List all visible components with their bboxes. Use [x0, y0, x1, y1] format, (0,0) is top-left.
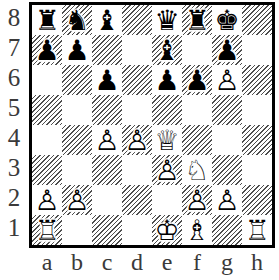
white-pawn-piece[interactable]: ♙ [212, 65, 242, 95]
square-b2[interactable]: ♟♙ [62, 185, 92, 215]
square-h3[interactable] [242, 155, 272, 185]
square-f2[interactable]: ♟♙ [182, 185, 212, 215]
square-e4[interactable]: ♛♕ [152, 125, 182, 155]
square-g2[interactable]: ♟♙ [212, 185, 242, 215]
file-label-d: d [122, 247, 152, 277]
square-c8[interactable]: ♝♝ [92, 5, 122, 35]
square-b3[interactable] [62, 155, 92, 185]
square-e6[interactable]: ♟♟ [152, 65, 182, 95]
square-b6[interactable] [62, 65, 92, 95]
square-g4[interactable] [212, 125, 242, 155]
square-d8[interactable] [122, 5, 152, 35]
square-h2[interactable] [242, 185, 272, 215]
square-h7[interactable] [242, 35, 272, 65]
black-pawn-piece[interactable]: ♟ [92, 65, 122, 95]
square-e1[interactable]: ♚♔ [152, 215, 182, 245]
square-c3[interactable] [92, 155, 122, 185]
black-pawn-piece[interactable]: ♟ [32, 35, 62, 65]
black-rook-piece[interactable]: ♜ [32, 5, 62, 35]
rank-label-7: 7 [2, 33, 26, 63]
square-c7[interactable] [92, 35, 122, 65]
rank-label-2: 2 [2, 183, 26, 213]
chess-diagram-page: ♜♜♞♞♝♝♛♛♜♜♚♚♟♟♟♟♝♝♟♟♟♟♟♟♟♟♟♙♟♙♟♙♛♕♟♙♞♘♟♙… [0, 0, 279, 280]
square-b4[interactable] [62, 125, 92, 155]
square-h6[interactable] [242, 65, 272, 95]
square-e2[interactable] [152, 185, 182, 215]
white-pawn-piece[interactable]: ♙ [182, 185, 212, 215]
square-c6[interactable]: ♟♟ [92, 65, 122, 95]
square-f3[interactable]: ♞♘ [182, 155, 212, 185]
black-knight-piece[interactable]: ♞ [62, 5, 92, 35]
square-a7[interactable]: ♟♟ [32, 35, 62, 65]
black-bishop-piece[interactable]: ♝ [92, 5, 122, 35]
square-a4[interactable] [32, 125, 62, 155]
square-b7[interactable]: ♟♟ [62, 35, 92, 65]
white-pawn-piece[interactable]: ♙ [92, 125, 122, 155]
black-pawn-piece[interactable]: ♟ [152, 65, 182, 95]
rank-label-4: 4 [2, 123, 26, 153]
square-f7[interactable] [182, 35, 212, 65]
black-rook-piece[interactable]: ♜ [182, 5, 212, 35]
rank-label-8: 8 [2, 3, 26, 33]
square-g7[interactable]: ♟♟ [212, 35, 242, 65]
square-d2[interactable] [122, 185, 152, 215]
square-a6[interactable] [32, 65, 62, 95]
white-pawn-piece[interactable]: ♙ [152, 155, 182, 185]
rank-label-3: 3 [2, 153, 26, 183]
black-bishop-piece[interactable]: ♝ [152, 35, 182, 65]
square-e3[interactable]: ♟♙ [152, 155, 182, 185]
square-a5[interactable] [32, 95, 62, 125]
file-label-a: a [32, 247, 62, 277]
square-h1[interactable]: ♜♖ [242, 215, 272, 245]
file-label-h: h [242, 247, 272, 277]
square-b8[interactable]: ♞♞ [62, 5, 92, 35]
square-b5[interactable] [62, 95, 92, 125]
square-c1[interactable] [92, 215, 122, 245]
square-f8[interactable]: ♜♜ [182, 5, 212, 35]
white-pawn-piece[interactable]: ♙ [122, 125, 152, 155]
square-g5[interactable] [212, 95, 242, 125]
white-queen-piece[interactable]: ♕ [152, 125, 182, 155]
square-f5[interactable] [182, 95, 212, 125]
square-h8[interactable] [242, 5, 272, 35]
square-a1[interactable]: ♜♖ [32, 215, 62, 245]
black-pawn-piece[interactable]: ♟ [182, 65, 212, 95]
black-pawn-piece[interactable]: ♟ [212, 35, 242, 65]
square-f6[interactable]: ♟♟ [182, 65, 212, 95]
square-g8[interactable]: ♚♚ [212, 5, 242, 35]
square-g3[interactable] [212, 155, 242, 185]
square-e8[interactable]: ♛♛ [152, 5, 182, 35]
square-e5[interactable] [152, 95, 182, 125]
square-h5[interactable] [242, 95, 272, 125]
white-pawn-piece[interactable]: ♙ [212, 185, 242, 215]
file-label-e: e [152, 247, 182, 277]
white-pawn-piece[interactable]: ♙ [32, 185, 62, 215]
white-rook-piece[interactable]: ♖ [32, 215, 62, 245]
square-g1[interactable] [212, 215, 242, 245]
square-d7[interactable] [122, 35, 152, 65]
rank-label-1: 1 [2, 213, 26, 243]
chess-board: ♜♜♞♞♝♝♛♛♜♜♚♚♟♟♟♟♝♝♟♟♟♟♟♟♟♟♟♙♟♙♟♙♛♕♟♙♞♘♟♙… [29, 2, 275, 248]
square-d5[interactable] [122, 95, 152, 125]
square-f4[interactable] [182, 125, 212, 155]
square-a3[interactable] [32, 155, 62, 185]
white-knight-piece[interactable]: ♘ [182, 155, 212, 185]
black-king-piece[interactable]: ♚ [212, 5, 242, 35]
file-label-c: c [92, 247, 122, 277]
white-rook-piece[interactable]: ♖ [242, 215, 272, 245]
square-d4[interactable]: ♟♙ [122, 125, 152, 155]
rank-label-5: 5 [2, 93, 26, 123]
square-f1[interactable]: ♝♗ [182, 215, 212, 245]
black-queen-piece[interactable]: ♛ [152, 5, 182, 35]
square-d3[interactable] [122, 155, 152, 185]
white-pawn-piece[interactable]: ♙ [62, 185, 92, 215]
square-h4[interactable] [242, 125, 272, 155]
file-label-f: f [182, 247, 212, 277]
square-b1[interactable] [62, 215, 92, 245]
white-bishop-piece[interactable]: ♗ [182, 215, 212, 245]
rank-label-6: 6 [2, 63, 26, 93]
square-c2[interactable] [92, 185, 122, 215]
square-d1[interactable] [122, 215, 152, 245]
square-g6[interactable]: ♟♙ [212, 65, 242, 95]
square-c5[interactable] [92, 95, 122, 125]
white-king-piece[interactable]: ♔ [152, 215, 182, 245]
square-a2[interactable]: ♟♙ [32, 185, 62, 215]
square-a8[interactable]: ♜♜ [32, 5, 62, 35]
file-label-g: g [212, 247, 242, 277]
square-e7[interactable]: ♝♝ [152, 35, 182, 65]
black-pawn-piece[interactable]: ♟ [62, 35, 92, 65]
file-label-b: b [62, 247, 92, 277]
square-d6[interactable] [122, 65, 152, 95]
square-c4[interactable]: ♟♙ [92, 125, 122, 155]
